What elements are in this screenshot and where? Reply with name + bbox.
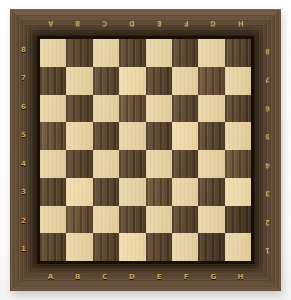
file-bottom-label-c: C <box>91 264 118 291</box>
rank-left-label-3: 3 <box>10 179 37 208</box>
square-d3 <box>119 178 145 206</box>
square-c2 <box>93 206 119 234</box>
square-g5 <box>198 122 224 150</box>
file-bottom-label-e: E <box>146 264 173 291</box>
square-b3 <box>66 178 92 206</box>
square-h7 <box>225 67 251 95</box>
rank-left-label-8: 8 <box>10 36 37 65</box>
square-e5 <box>146 122 172 150</box>
file-bottom-label-a: A <box>37 264 64 291</box>
square-g8 <box>198 39 224 67</box>
file-top-label-h: H <box>227 9 254 36</box>
square-e3 <box>146 178 172 206</box>
square-c7 <box>93 67 119 95</box>
file-top-label-e: E <box>146 9 173 36</box>
file-bottom-label-b: B <box>64 264 91 291</box>
square-e4 <box>146 150 172 178</box>
rank-left-label-6: 6 <box>10 93 37 122</box>
square-h3 <box>225 178 251 206</box>
square-h1 <box>225 233 251 261</box>
square-a8 <box>40 39 66 67</box>
square-c5 <box>93 122 119 150</box>
square-b5 <box>66 122 92 150</box>
square-c6 <box>93 95 119 123</box>
square-b1 <box>66 233 92 261</box>
square-g2 <box>198 206 224 234</box>
square-a5 <box>40 122 66 150</box>
square-d5 <box>119 122 145 150</box>
rank-right-label-2: 2 <box>254 207 281 236</box>
square-e1 <box>146 233 172 261</box>
file-bottom-label-f: F <box>173 264 200 291</box>
frame-left-rank-labels: 87654321 <box>10 9 37 291</box>
file-bottom-label-g: G <box>200 264 227 291</box>
square-c1 <box>93 233 119 261</box>
rank-right-label-8: 8 <box>254 36 281 65</box>
rank-left-label-4: 4 <box>10 150 37 179</box>
frame-right-rank-labels: 87654321 <box>254 9 281 291</box>
rank-right-label-6: 6 <box>254 93 281 122</box>
square-a3 <box>40 178 66 206</box>
frame-top-file-labels: ABCDEFGH <box>10 9 281 36</box>
square-h2 <box>225 206 251 234</box>
file-top-label-d: D <box>118 9 145 36</box>
square-b4 <box>66 150 92 178</box>
rank-left-label-1: 1 <box>10 236 37 265</box>
square-f7 <box>172 67 198 95</box>
square-d6 <box>119 95 145 123</box>
file-bottom-label-d: D <box>118 264 145 291</box>
square-g7 <box>198 67 224 95</box>
square-b2 <box>66 206 92 234</box>
square-g4 <box>198 150 224 178</box>
square-c8 <box>93 39 119 67</box>
square-d1 <box>119 233 145 261</box>
file-bottom-label-h: H <box>227 264 254 291</box>
rank-right-label-7: 7 <box>254 65 281 94</box>
square-a2 <box>40 206 66 234</box>
rank-right-label-1: 1 <box>254 236 281 265</box>
file-top-label-c: C <box>91 9 118 36</box>
frame-bottom-file-labels: ABCDEFGH <box>10 264 281 291</box>
square-e2 <box>146 206 172 234</box>
square-e7 <box>146 67 172 95</box>
square-f1 <box>172 233 198 261</box>
rank-right-label-5: 5 <box>254 122 281 151</box>
rank-right-label-4: 4 <box>254 150 281 179</box>
square-h6 <box>225 95 251 123</box>
square-g6 <box>198 95 224 123</box>
square-a7 <box>40 67 66 95</box>
square-c3 <box>93 178 119 206</box>
playing-field <box>40 39 251 261</box>
square-a4 <box>40 150 66 178</box>
square-f8 <box>172 39 198 67</box>
file-top-label-g: G <box>200 9 227 36</box>
square-e6 <box>146 95 172 123</box>
square-f6 <box>172 95 198 123</box>
square-e8 <box>146 39 172 67</box>
square-b7 <box>66 67 92 95</box>
rank-left-label-2: 2 <box>10 207 37 236</box>
file-top-label-a: A <box>37 9 64 36</box>
square-f3 <box>172 178 198 206</box>
square-d2 <box>119 206 145 234</box>
square-f2 <box>172 206 198 234</box>
square-b8 <box>66 39 92 67</box>
square-f4 <box>172 150 198 178</box>
chessboard: ABCDEFGH ABCDEFGH 87654321 87654321 <box>10 9 281 291</box>
file-top-label-b: B <box>64 9 91 36</box>
file-top-label-f: F <box>173 9 200 36</box>
square-g3 <box>198 178 224 206</box>
square-b6 <box>66 95 92 123</box>
rank-right-label-3: 3 <box>254 179 281 208</box>
square-d7 <box>119 67 145 95</box>
square-h4 <box>225 150 251 178</box>
rank-left-label-5: 5 <box>10 122 37 151</box>
square-g1 <box>198 233 224 261</box>
square-d8 <box>119 39 145 67</box>
product-photo-background: ABCDEFGH ABCDEFGH 87654321 87654321 <box>0 0 291 300</box>
square-f5 <box>172 122 198 150</box>
square-h5 <box>225 122 251 150</box>
black-inlay-border <box>37 36 254 264</box>
square-h8 <box>225 39 251 67</box>
square-a6 <box>40 95 66 123</box>
square-d4 <box>119 150 145 178</box>
square-c4 <box>93 150 119 178</box>
square-a1 <box>40 233 66 261</box>
rank-left-label-7: 7 <box>10 65 37 94</box>
